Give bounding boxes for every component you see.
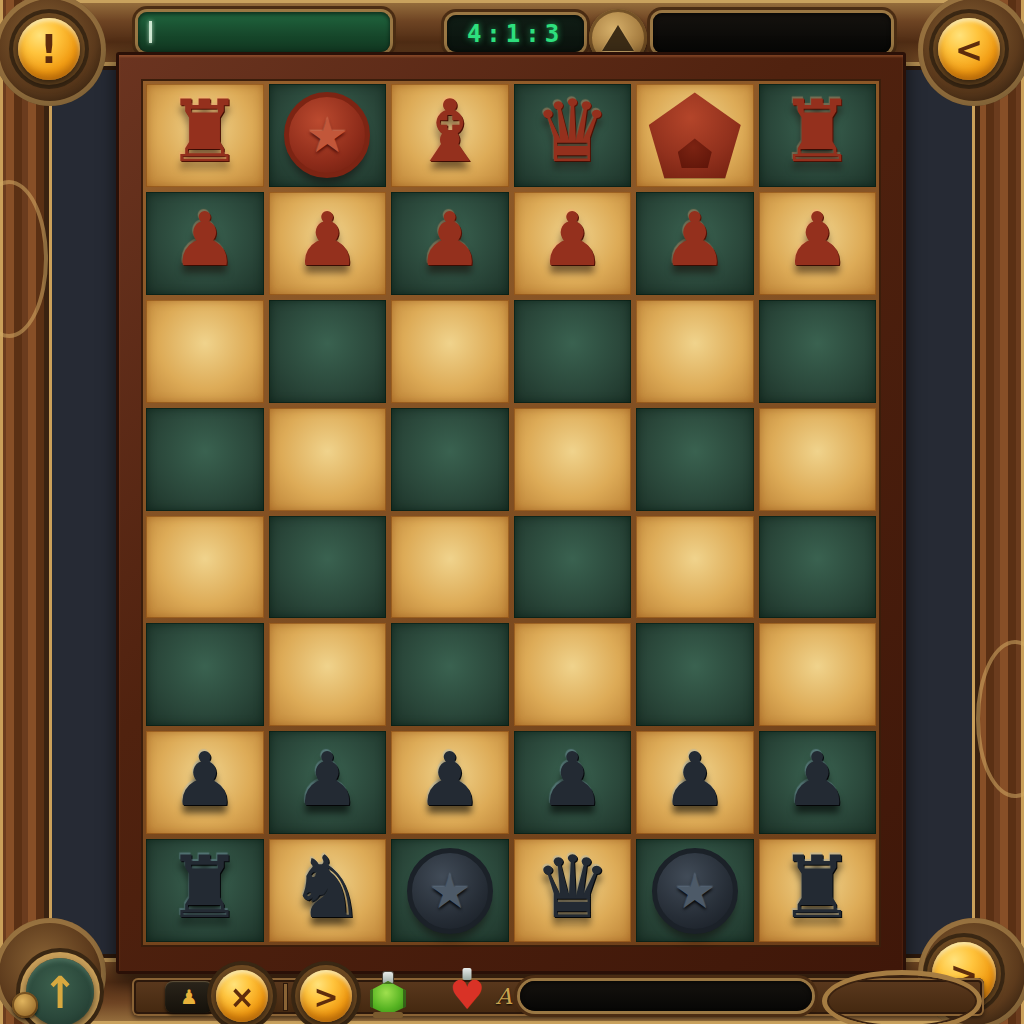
game-screen: ! < ↑ > 4:1:3 ♜★♝♛♜♟♟♟♟♟♟♟♟♟♟♟♟♜♞★♛★♜ ♟ … [0,0,1024,1024]
square-r4c2[interactable] [269,408,387,511]
black-knight-piece[interactable]: ♞ [289,844,366,930]
text-cursor [149,21,152,43]
black-pawn-piece[interactable]: ♟ [417,742,483,816]
message-input-panel[interactable] [138,12,390,52]
star-emblem-icon: ★ [673,867,716,915]
square-r1c6[interactable]: ♜ [759,84,877,187]
star-emblem-icon: ★ [428,867,471,915]
bottom-text-panel[interactable] [520,981,812,1011]
close-button[interactable]: × [216,970,268,1022]
square-r3c4[interactable] [514,300,632,403]
square-r6c5[interactable] [636,623,754,726]
square-r2c6[interactable]: ♟ [759,192,877,295]
square-r5c3[interactable] [391,516,509,619]
square-r3c2[interactable] [269,300,387,403]
red-heart-potion-icon[interactable]: ♥ [444,970,490,1020]
red-pawn-piece[interactable]: ♟ [539,202,605,276]
square-r7c6[interactable]: ♟ [759,731,877,834]
square-r2c3[interactable]: ♟ [391,192,509,295]
red-pawn-piece[interactable]: ♟ [172,202,238,276]
black-star-medallion-piece[interactable]: ★ [410,851,490,931]
square-r3c3[interactable] [391,300,509,403]
square-r8c3[interactable]: ★ [391,839,509,942]
flask-neck [463,968,472,980]
black-pawn-piece[interactable]: ♟ [294,742,360,816]
square-r4c6[interactable] [759,408,877,511]
square-r7c5[interactable]: ♟ [636,731,754,834]
frame-right-rail [972,0,1024,1024]
red-pawn-piece[interactable]: ♟ [294,202,360,276]
chevron-left-icon: < [955,28,984,70]
timer-value: 4:1:3 [467,20,564,48]
square-r5c5[interactable] [636,516,754,619]
red-star-medallion-piece[interactable]: ★ [287,95,367,175]
next-move-button[interactable]: > [300,970,352,1022]
pyramid-icon [602,25,634,51]
alert-button[interactable]: ! [18,18,80,80]
square-r6c3[interactable] [391,623,509,726]
black-pawn-piece[interactable]: ♟ [784,742,850,816]
toolbar-divider [284,984,287,1010]
square-r1c3[interactable]: ♝ [391,84,509,187]
square-r2c2[interactable]: ♟ [269,192,387,295]
coin-medallion-icon [12,992,38,1018]
bottom-toolbar: ♟ × > ♥ A [132,978,984,1016]
red-flame-bishop-piece[interactable]: ♝ [411,88,488,174]
square-r3c5[interactable] [636,300,754,403]
black-rook-piece[interactable]: ♜ [779,844,856,930]
square-r5c4[interactable] [514,516,632,619]
red-pentagon-shield-king-piece[interactable] [649,92,741,178]
square-r3c6[interactable] [759,300,877,403]
square-r7c3[interactable]: ♟ [391,731,509,834]
square-r7c1[interactable]: ♟ [146,731,264,834]
black-star-medallion-piece[interactable]: ★ [655,851,735,931]
black-rook-piece[interactable]: ♜ [166,844,243,930]
timer-display: 4:1:3 [447,15,584,52]
square-r7c4[interactable]: ♟ [514,731,632,834]
flask-base [373,1012,403,1018]
black-leaf-crown-queen-piece[interactable]: ♛ [534,844,611,930]
square-r4c5[interactable] [636,408,754,511]
red-rook-piece[interactable]: ♜ [779,88,856,174]
square-r2c4[interactable]: ♟ [514,192,632,295]
red-pawn-piece[interactable]: ♟ [662,202,728,276]
square-r6c1[interactable] [146,623,264,726]
arrow-up-icon: ↑ [42,966,77,1017]
square-r4c1[interactable] [146,408,264,511]
black-pawn-piece[interactable]: ♟ [172,742,238,816]
black-pawn-piece[interactable]: ♟ [662,742,728,816]
square-r8c6[interactable]: ♜ [759,839,877,942]
red-rook-piece[interactable]: ♜ [166,88,243,174]
piece-chip-button[interactable]: ♟ [165,981,213,1013]
green-potion-icon[interactable] [368,972,408,1018]
square-r1c1[interactable]: ♜ [146,84,264,187]
status-panel [653,13,891,53]
heart-icon: ♥ [449,975,485,1015]
square-r8c4[interactable]: ♛ [514,839,632,942]
square-r2c1[interactable]: ♟ [146,192,264,295]
square-r7c2[interactable]: ♟ [269,731,387,834]
frame-left-rail [0,0,52,1024]
square-r8c2[interactable]: ♞ [269,839,387,942]
square-r1c4[interactable]: ♛ [514,84,632,187]
square-r2c5[interactable]: ♟ [636,192,754,295]
exclamation-icon: ! [40,26,57,72]
chess-board-frame: ♜★♝♛♜♟♟♟♟♟♟♟♟♟♟♟♟♜♞★♛★♜ [116,52,906,974]
back-button[interactable]: < [938,18,1000,80]
red-crown-queen-piece[interactable]: ♛ [534,88,611,174]
shield-inner-detail [678,138,712,168]
star-emblem-icon: ★ [306,111,349,159]
square-r6c4[interactable] [514,623,632,726]
square-r8c1[interactable]: ♜ [146,839,264,942]
square-r8c5[interactable]: ★ [636,839,754,942]
scroll-loop-ornament [822,970,982,1024]
square-r1c5[interactable] [636,84,754,187]
square-r5c1[interactable] [146,516,264,619]
square-r1c2[interactable]: ★ [269,84,387,187]
square-r5c2[interactable] [269,516,387,619]
square-r4c3[interactable] [391,408,509,511]
flask-body [370,981,406,1015]
red-pawn-piece[interactable]: ♟ [784,202,850,276]
black-pawn-piece[interactable]: ♟ [539,742,605,816]
close-icon: × [229,978,254,1015]
square-r4c4[interactable] [514,408,632,511]
chevron-right-icon: > [313,978,338,1015]
square-r5c6[interactable] [759,516,877,619]
square-r6c2[interactable] [269,623,387,726]
red-pawn-piece[interactable]: ♟ [417,202,483,276]
label-a: A [496,984,512,1009]
square-r3c1[interactable] [146,300,264,403]
pawn-chip-icon: ♟ [180,985,198,1009]
board-grid: ♜★♝♛♜♟♟♟♟♟♟♟♟♟♟♟♟♜♞★♛★♜ [141,79,881,947]
square-r6c6[interactable] [759,623,877,726]
up-arrow-button[interactable]: ↑ [26,958,94,1024]
